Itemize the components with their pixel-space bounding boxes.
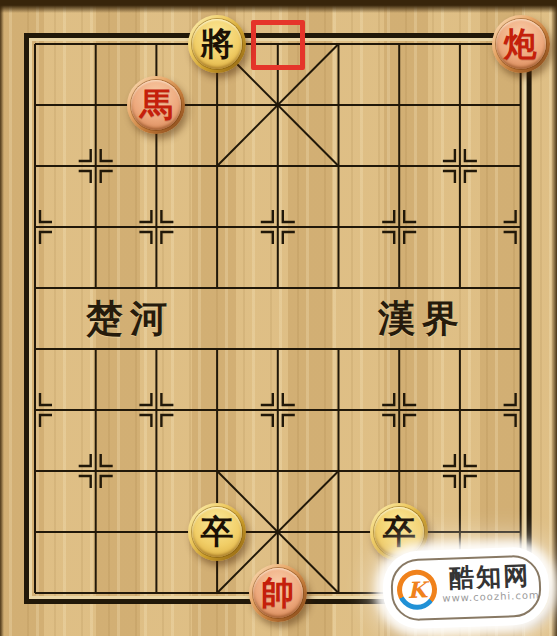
coozhi-watermark: K 酷知网 www.coozhi.com <box>385 549 547 627</box>
coozhi-logo-icon: K <box>396 569 437 610</box>
river-label-left: 楚河 <box>75 296 185 340</box>
piece-red-general[interactable]: 帥 <box>249 564 307 622</box>
watermark-site-name: 酷知网 <box>441 562 538 593</box>
river-label-right: 漢界 <box>367 296 477 340</box>
piece-red-horse[interactable]: 馬 <box>127 76 185 134</box>
move-highlight-square <box>251 20 305 70</box>
piece-black-soldier-1[interactable]: 卒 <box>188 503 246 561</box>
piece-red-cannon[interactable]: 炮 <box>492 15 550 73</box>
piece-black-general[interactable]: 將 <box>188 15 246 73</box>
xiangqi-board-screenshot: 楚河 漢界 將炮馬卒卒帥車 K 酷知网 www.coozhi.com <box>0 0 557 636</box>
